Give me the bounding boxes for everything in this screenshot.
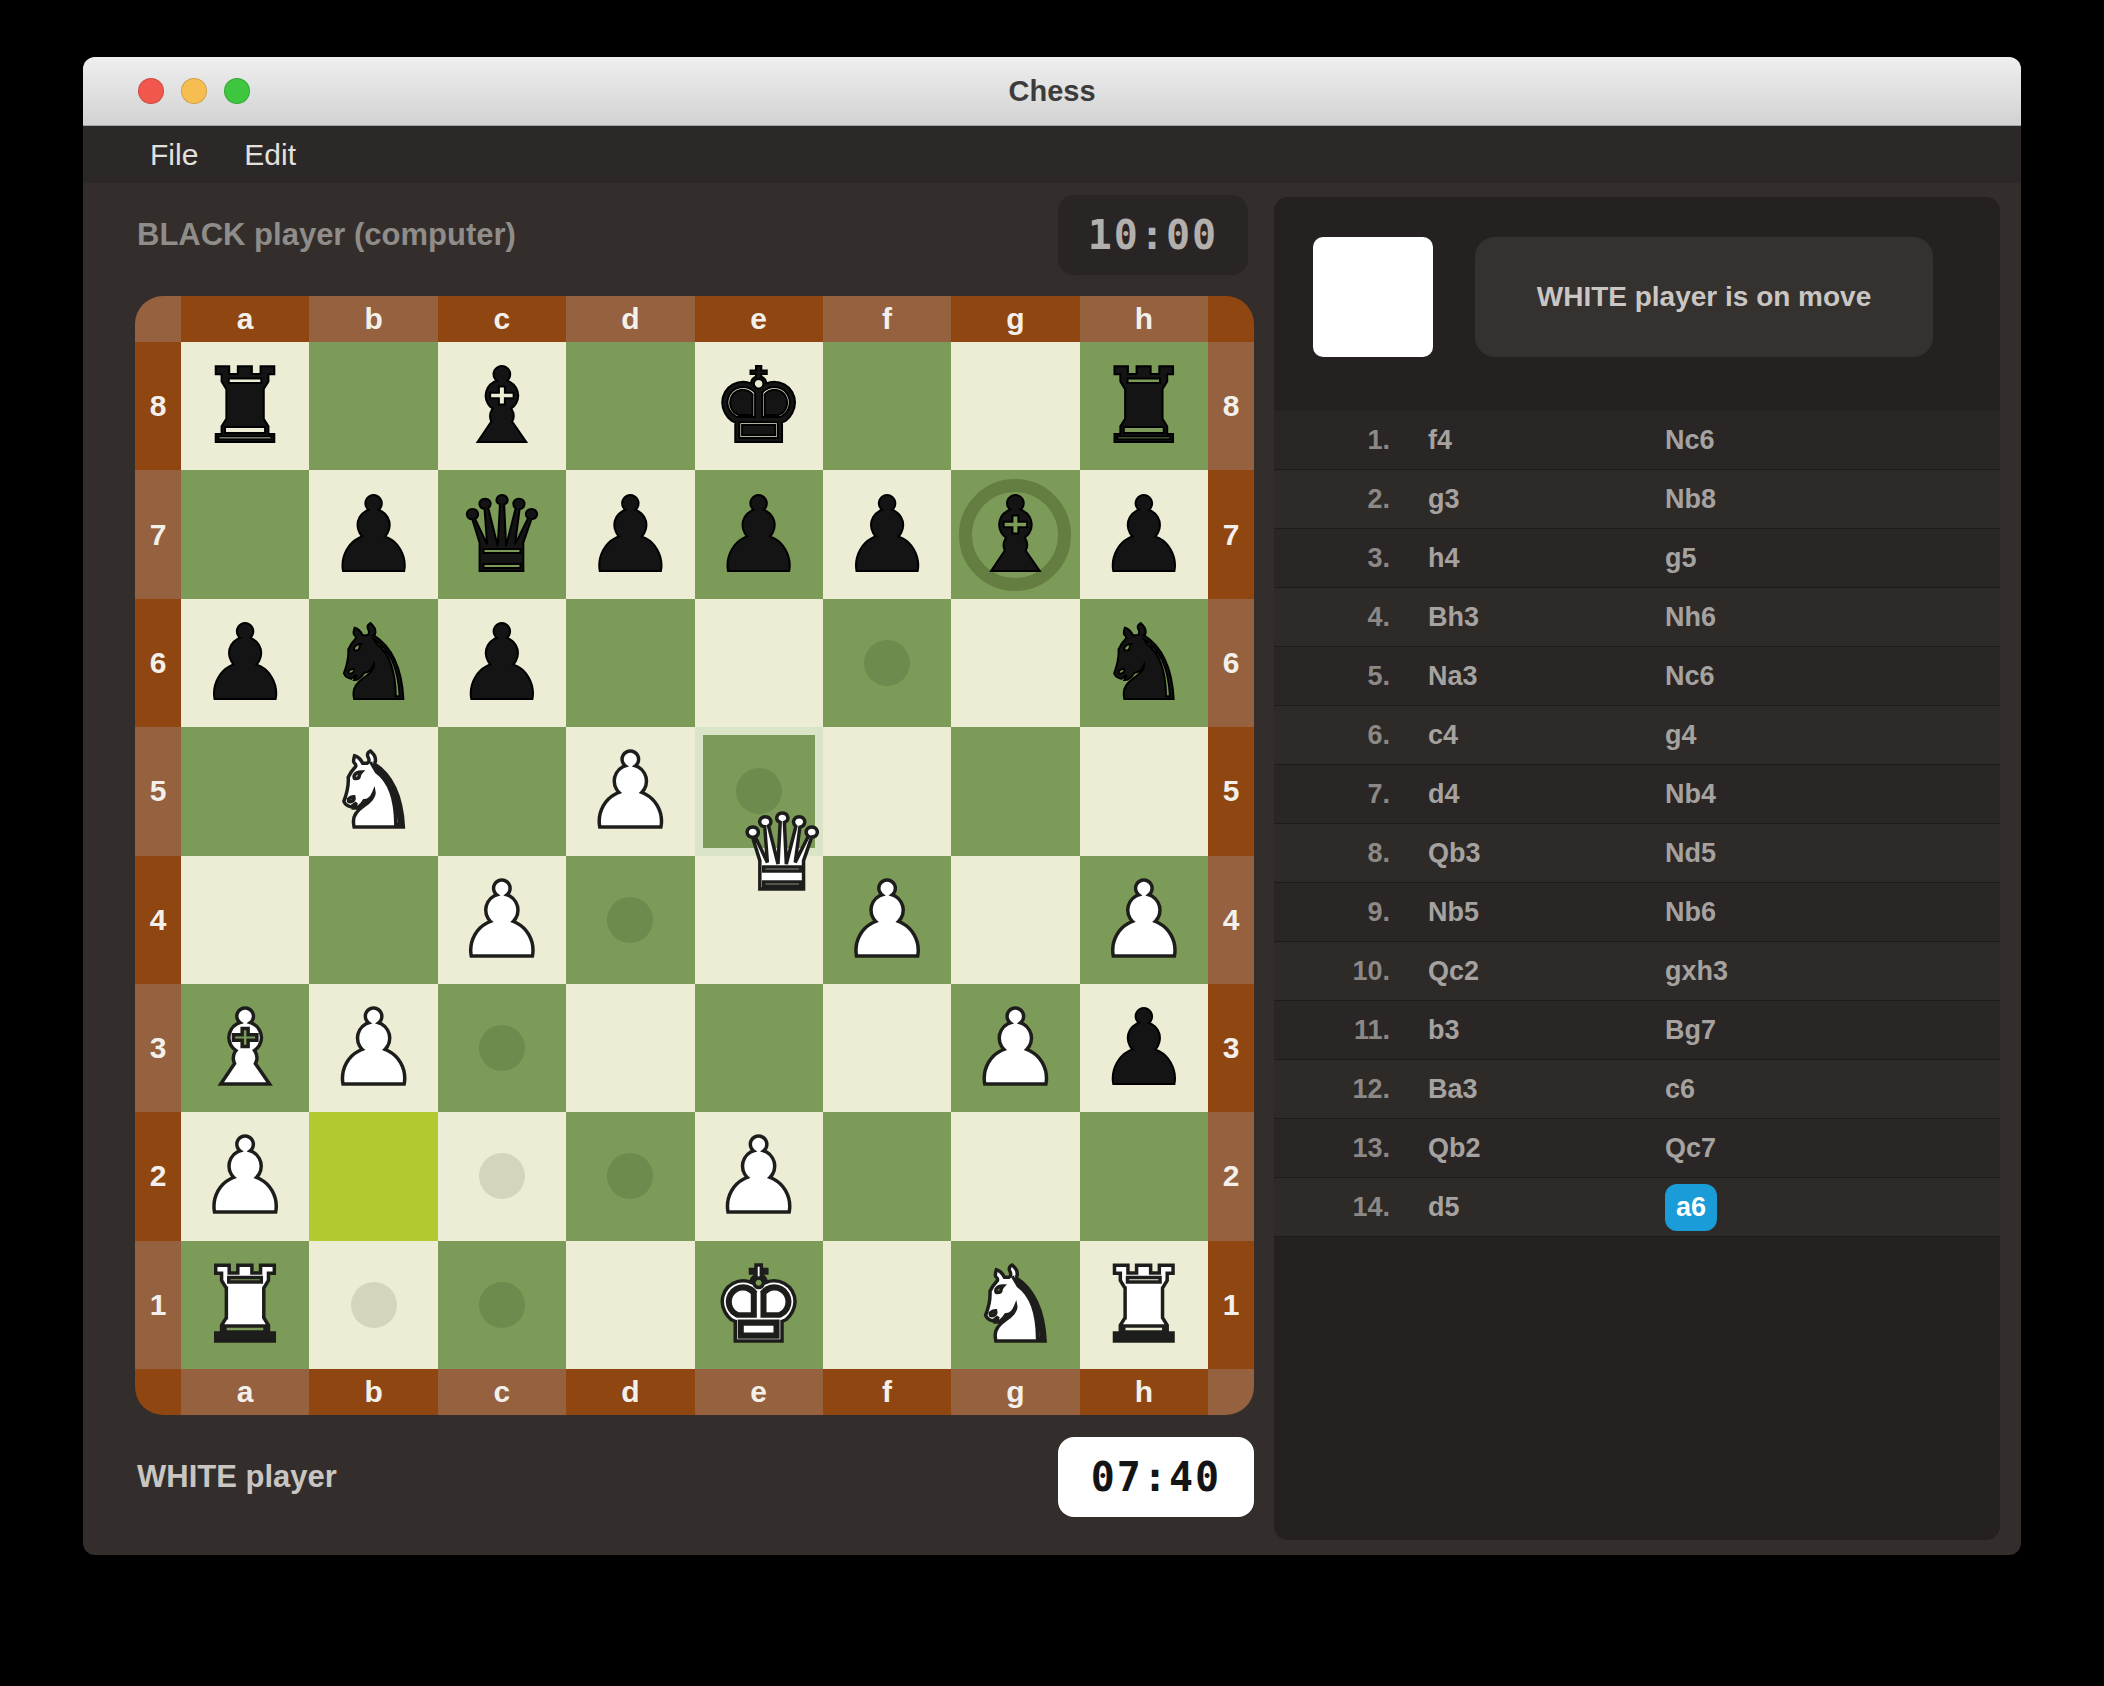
square-h3[interactable]: ♟ [1080,984,1208,1112]
white-move[interactable]: Ba3 [1428,1074,1665,1105]
white-move[interactable]: g3 [1428,484,1665,515]
square-h1[interactable]: ♜ [1080,1241,1208,1369]
white-move[interactable]: c4 [1428,720,1665,751]
square-h5[interactable] [1080,727,1208,855]
coordinate-label-4: 4 [1208,856,1254,984]
coordinate-label-6: 6 [135,599,181,727]
move-number: 3. [1274,543,1390,574]
square-g7[interactable]: ♝ [951,470,1079,598]
square-g6[interactable] [951,599,1079,727]
black-move[interactable]: Nc6 [1665,425,1715,456]
square-g4[interactable] [951,856,1079,984]
coordinate-text: f [882,302,892,336]
black-move[interactable]: Qc7 [1665,1133,1716,1164]
coordinate-label-7: 7 [1208,470,1254,598]
coordinate-label-d: d [566,1369,694,1415]
coordinate-text: 5 [1223,774,1240,808]
coordinate-label-6: 6 [1208,599,1254,727]
square-e8[interactable]: ♚ [695,342,823,470]
square-f5[interactable] [823,727,951,855]
coordinate-text: 6 [150,646,167,680]
square-f1[interactable] [823,1241,951,1369]
black-bishop: ♝ [455,354,548,458]
square-f7[interactable]: ♟ [823,470,951,598]
black-move[interactable]: Nh6 [1665,602,1716,633]
game-side-panel: WHITE player is on move 1.f4Nc62.g3Nb83.… [1274,197,2000,1540]
move-number: 2. [1274,484,1390,515]
white-move[interactable]: h4 [1428,543,1665,574]
coordinate-label-7: 7 [135,470,181,598]
square-g1[interactable]: ♞ [951,1241,1079,1369]
square-b7[interactable]: ♟ [309,470,437,598]
square-a1[interactable]: ♜ [181,1241,309,1369]
square-c2[interactable] [438,1112,566,1240]
black-pawn: ♟ [840,483,933,587]
square-a6[interactable]: ♟ [181,599,309,727]
move-number: 11. [1274,1015,1390,1046]
minimize-button[interactable] [181,78,207,104]
move-row-11[interactable]: 11.b3Bg7 [1274,1001,2000,1060]
board-border-corner [1208,296,1254,342]
white-move[interactable]: Qb3 [1428,838,1665,869]
coordinate-label-5: 5 [135,727,181,855]
move-row-14[interactable]: 14.d5a6 [1274,1178,2000,1237]
move-number: 6. [1274,720,1390,751]
menu-bar: File Edit [83,126,2021,183]
white-bishop: ♝ [199,996,292,1100]
black-pawn: ♟ [1097,996,1190,1100]
coordinate-label-2: 2 [1208,1112,1254,1240]
move-row-9[interactable]: 9.Nb5Nb6 [1274,883,2000,942]
coordinate-label-c: c [438,296,566,342]
black-move[interactable]: Nb4 [1665,779,1716,810]
coordinate-text: c [494,1375,511,1409]
coordinate-text: e [750,302,767,336]
square-b6[interactable]: ♞ [309,599,437,727]
black-pawn: ♟ [712,483,805,587]
coordinate-label-f: f [823,1369,951,1415]
white-to-move-indicator [1313,237,1433,357]
square-f8[interactable] [823,342,951,470]
coordinate-label-h: h [1080,1369,1208,1415]
black-move[interactable]: Nd5 [1665,838,1716,869]
square-a8[interactable]: ♜ [181,342,309,470]
black-knight: ♞ [327,611,420,715]
move-number: 8. [1274,838,1390,869]
white-king: ♚ [712,1253,805,1357]
coordinate-text: 5 [150,774,167,808]
move-number: 9. [1274,897,1390,928]
coordinate-text: b [364,1375,382,1409]
move-number: 7. [1274,779,1390,810]
black-move[interactable]: Nb8 [1665,484,1716,515]
coordinate-text: 8 [1223,389,1240,423]
square-e3[interactable] [695,984,823,1112]
coordinate-text: g [1006,1375,1024,1409]
black-move[interactable]: Nc6 [1665,661,1715,692]
black-pawn: ♟ [327,483,420,587]
coordinate-label-c: c [438,1369,566,1415]
move-number: 14. [1274,1192,1390,1223]
traffic-lights [138,57,250,125]
move-row-7[interactable]: 7.d4Nb4 [1274,765,2000,824]
white-pawn: ♟ [584,739,677,843]
coordinate-label-b: b [309,296,437,342]
white-knight: ♞ [327,739,420,843]
zoom-button[interactable] [224,78,250,104]
square-h7[interactable]: ♟ [1080,470,1208,598]
coordinate-text: 4 [150,903,167,937]
square-h2[interactable] [1080,1112,1208,1240]
black-rook: ♜ [1097,354,1190,458]
coordinate-text: d [621,302,639,336]
close-button[interactable] [138,78,164,104]
black-pawn: ♟ [199,611,292,715]
white-pawn: ♟ [969,996,1062,1100]
coordinate-label-g: g [951,1369,1079,1415]
move-row-3[interactable]: 3.h4g5 [1274,529,2000,588]
square-f2[interactable] [823,1112,951,1240]
coordinate-label-a: a [181,1369,309,1415]
white-move[interactable]: d4 [1428,779,1665,810]
square-a4[interactable] [181,856,309,984]
white-move[interactable]: Bh3 [1428,602,1665,633]
black-pawn: ♟ [584,483,677,587]
square-e7[interactable]: ♟ [695,470,823,598]
coordinate-label-3: 3 [1208,984,1254,1112]
black-move[interactable]: c6 [1665,1074,1695,1105]
title-bar[interactable]: Chess [83,57,2021,126]
white-move[interactable]: f4 [1428,425,1665,456]
square-b3[interactable]: ♟ [309,984,437,1112]
square-e6[interactable] [695,599,823,727]
white-move[interactable]: Qc2 [1428,956,1665,987]
black-knight: ♞ [1097,611,1190,715]
move-row-13[interactable]: 13.Qb2Qc7 [1274,1119,2000,1178]
white-rook: ♜ [199,1253,292,1357]
black-move[interactable]: gxh3 [1665,956,1728,987]
coordinate-text: f [882,1375,892,1409]
black-move[interactable]: g5 [1665,543,1697,574]
black-move[interactable]: Nb6 [1665,897,1716,928]
square-c6[interactable]: ♟ [438,599,566,727]
coordinate-text: 7 [150,518,167,552]
square-a2[interactable]: ♟ [181,1112,309,1240]
move-number: 13. [1274,1133,1390,1164]
coordinate-text: a [237,302,254,336]
square-a7[interactable] [181,470,309,598]
white-player-clock: 07:40 [1058,1437,1254,1517]
square-d8[interactable] [566,342,694,470]
chess-board: abcdefgh8♜♝♚♜87♟♛♟♟♟♝♟76♟♞♟♞65♞♟54♟♟♟43♝… [135,296,1254,1415]
coordinate-label-3: 3 [135,984,181,1112]
move-row-10[interactable]: 10.Qc2gxh3 [1274,942,2000,1001]
coordinate-label-1: 1 [1208,1241,1254,1369]
coordinate-label-b: b [309,1369,437,1415]
white-pawn: ♟ [455,868,548,972]
dragged-piece[interactable]: ♛ [735,801,828,905]
black-queen: ♛ [455,483,548,587]
square-c1[interactable] [438,1241,566,1369]
black-move[interactable]: Bg7 [1665,1015,1716,1046]
move-row-2[interactable]: 2.g3Nb8 [1274,470,2000,529]
square-h6[interactable]: ♞ [1080,599,1208,727]
coordinate-label-4: 4 [135,856,181,984]
coordinate-label-8: 8 [1208,342,1254,470]
square-b8[interactable] [309,342,437,470]
black-king: ♚ [712,354,805,458]
square-c4[interactable]: ♟ [438,856,566,984]
move-list: 1.f4Nc62.g3Nb83.h4g54.Bh3Nh65.Na3Nc66.c4… [1274,411,2000,1237]
square-a5[interactable] [181,727,309,855]
white-pawn: ♟ [327,996,420,1100]
coordinate-label-a: a [181,296,309,342]
white-knight: ♞ [969,1253,1062,1357]
coordinate-text: 3 [1223,1031,1240,1065]
square-f4[interactable]: ♟ [823,856,951,984]
status-message: WHITE player is on move [1475,237,1933,357]
coordinate-label-e: e [695,1369,823,1415]
coordinate-label-h: h [1080,296,1208,342]
square-e2[interactable]: ♟ [695,1112,823,1240]
coordinate-text: e [750,1375,767,1409]
white-move[interactable]: Qb2 [1428,1133,1665,1164]
coordinate-label-1: 1 [135,1241,181,1369]
black-move[interactable]: a6 [1665,1184,1717,1231]
square-b5[interactable]: ♞ [309,727,437,855]
white-rook: ♜ [1097,1253,1190,1357]
move-number: 5. [1274,661,1390,692]
coordinate-text: c [494,302,511,336]
coordinate-text: h [1135,302,1153,336]
square-b2[interactable] [309,1112,437,1240]
square-d1[interactable] [566,1241,694,1369]
coordinate-text: 6 [1223,646,1240,680]
white-pawn: ♟ [840,868,933,972]
menu-file[interactable]: File [150,138,198,172]
coordinate-text: g [1006,302,1024,336]
white-move[interactable]: d5 [1428,1192,1665,1223]
black-player-label: BLACK player (computer) [137,195,516,275]
menu-edit[interactable]: Edit [244,138,296,172]
board-border-corner [1208,1369,1254,1415]
move-number: 12. [1274,1074,1390,1105]
black-move[interactable]: g4 [1665,720,1697,751]
square-b4[interactable] [309,856,437,984]
square-g3[interactable]: ♟ [951,984,1079,1112]
square-f3[interactable] [823,984,951,1112]
coordinate-text: 7 [1223,518,1240,552]
square-d7[interactable]: ♟ [566,470,694,598]
coordinate-text: h [1135,1375,1153,1409]
coordinate-text: 2 [150,1159,167,1193]
coordinate-label-g: g [951,296,1079,342]
square-g2[interactable] [951,1112,1079,1240]
coordinate-text: 3 [150,1031,167,1065]
square-e1[interactable]: ♚ [695,1241,823,1369]
square-d3[interactable] [566,984,694,1112]
move-row-6[interactable]: 6.c4g4 [1274,706,2000,765]
square-f6[interactable] [823,599,951,727]
move-row-5[interactable]: 5.Na3Nc6 [1274,647,2000,706]
black-player-clock: 10:00 [1058,195,1248,275]
white-move[interactable]: b3 [1428,1015,1665,1046]
square-g8[interactable] [951,342,1079,470]
black-rook: ♜ [199,354,292,458]
coordinate-label-e: e [695,296,823,342]
black-pawn: ♟ [1097,483,1190,587]
square-b1[interactable] [309,1241,437,1369]
square-g5[interactable] [951,727,1079,855]
window-title: Chess [1008,75,1095,108]
square-c7[interactable]: ♛ [438,470,566,598]
black-bishop: ♝ [969,483,1062,587]
move-number: 1. [1274,425,1390,456]
coordinate-text: 1 [1223,1288,1240,1322]
move-row-1[interactable]: 1.f4Nc6 [1274,411,2000,470]
move-row-8[interactable]: 8.Qb3Nd5 [1274,824,2000,883]
white-player-label: WHITE player [137,1437,337,1517]
move-row-4[interactable]: 4.Bh3Nh6 [1274,588,2000,647]
square-c5[interactable] [438,727,566,855]
coordinate-label-d: d [566,296,694,342]
white-queen-dragged: ♛ [735,792,828,914]
square-d2[interactable] [566,1112,694,1240]
current-move-badge: a6 [1665,1184,1717,1231]
coordinate-text: 1 [150,1288,167,1322]
coordinate-label-8: 8 [135,342,181,470]
chess-app-window: Chess File Edit BLACK player (computer) … [83,57,2021,1555]
square-d4[interactable] [566,856,694,984]
square-h4[interactable]: ♟ [1080,856,1208,984]
black-pawn: ♟ [455,611,548,715]
coordinate-text: d [621,1375,639,1409]
move-number: 10. [1274,956,1390,987]
coordinate-label-5: 5 [1208,727,1254,855]
coordinate-text: 4 [1223,903,1240,937]
coordinate-text: a [237,1375,254,1409]
square-c8[interactable]: ♝ [438,342,566,470]
coordinate-label-f: f [823,296,951,342]
move-number: 4. [1274,602,1390,633]
square-a3[interactable]: ♝ [181,984,309,1112]
square-d5[interactable]: ♟ [566,727,694,855]
square-d6[interactable] [566,599,694,727]
board-border-corner [135,296,181,342]
white-pawn: ♟ [1097,868,1190,972]
white-pawn: ♟ [712,1124,805,1228]
coordinate-text: 2 [1223,1159,1240,1193]
coordinate-text: 8 [150,389,167,423]
square-c3[interactable] [438,984,566,1112]
board-border-corner [135,1369,181,1415]
coordinate-label-2: 2 [135,1112,181,1240]
square-h8[interactable]: ♜ [1080,342,1208,470]
white-move[interactable]: Nb5 [1428,897,1665,928]
white-pawn: ♟ [199,1124,292,1228]
white-move[interactable]: Na3 [1428,661,1665,692]
coordinate-text: b [364,302,382,336]
move-row-12[interactable]: 12.Ba3c6 [1274,1060,2000,1119]
